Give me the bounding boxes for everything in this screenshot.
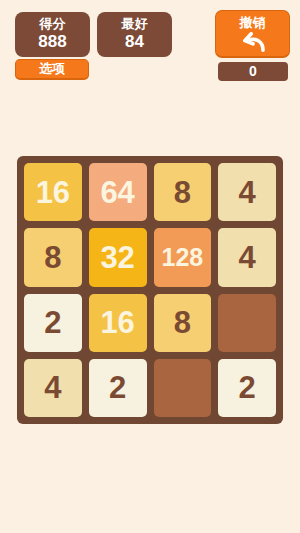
tile-2: 2 bbox=[89, 359, 147, 417]
tile-4: 4 bbox=[24, 359, 82, 417]
tile-8: 8 bbox=[24, 228, 82, 286]
empty-cell bbox=[154, 359, 212, 417]
undo-count: 0 bbox=[218, 62, 288, 81]
best-value: 84 bbox=[125, 32, 144, 52]
empty-cell bbox=[218, 294, 276, 352]
tile-8: 8 bbox=[154, 163, 212, 221]
tile-8: 8 bbox=[154, 294, 212, 352]
tile-32: 32 bbox=[89, 228, 147, 286]
tile-2: 2 bbox=[218, 359, 276, 417]
options-button[interactable]: 选项 bbox=[15, 59, 89, 80]
tile-4: 4 bbox=[218, 228, 276, 286]
tile-16: 16 bbox=[89, 294, 147, 352]
best-label: 最好 bbox=[122, 16, 148, 32]
undo-button[interactable]: 撤销 bbox=[215, 10, 290, 58]
score-value: 888 bbox=[38, 32, 66, 52]
score-label: 得分 bbox=[40, 16, 66, 32]
score-box: 得分 888 bbox=[15, 12, 90, 57]
options-label: 选项 bbox=[39, 61, 65, 77]
tile-64: 64 bbox=[89, 163, 147, 221]
tile-4: 4 bbox=[218, 163, 276, 221]
best-box: 最好 84 bbox=[97, 12, 172, 57]
tile-16: 16 bbox=[24, 163, 82, 221]
board-grid[interactable]: 16648483212842168422 bbox=[17, 156, 283, 424]
tile-128: 128 bbox=[154, 228, 212, 286]
tile-2: 2 bbox=[24, 294, 82, 352]
undo-label: 撤销 bbox=[240, 15, 266, 31]
undo-arrow-icon bbox=[238, 32, 268, 52]
undo-count-value: 0 bbox=[249, 63, 257, 80]
